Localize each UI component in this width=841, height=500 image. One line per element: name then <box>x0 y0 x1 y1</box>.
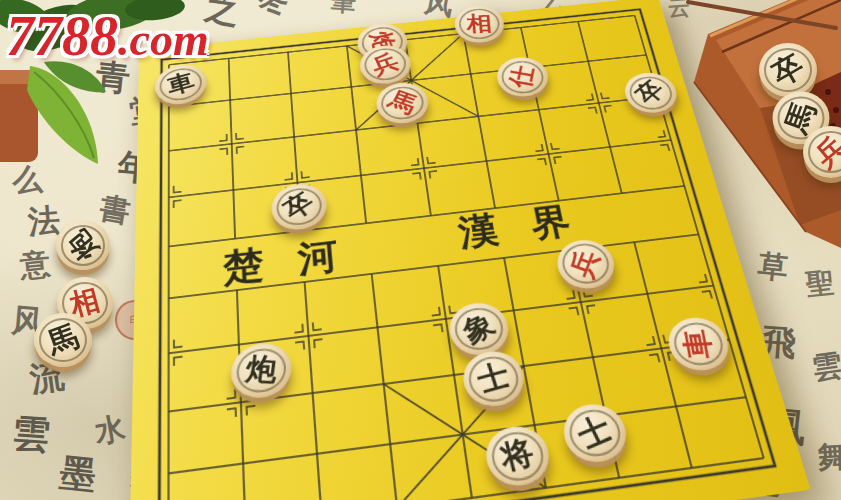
screenshot-root: 之冬筆风乙兮云青堂年么書法意如风流雲水墨香草聖飛雲鳳舞心之乎 印 楚河 漢界 車… <box>0 0 841 500</box>
piece-character: 相 <box>453 5 505 43</box>
piece-character: 仕 <box>495 53 550 102</box>
cloth-calligraphy-glyph: 冬 <box>257 0 290 17</box>
cloth-calligraphy-glyph: 意 <box>19 249 52 282</box>
piece-red-advisor: 仕 <box>494 55 552 99</box>
piece-character: 炮 <box>227 343 294 399</box>
watermark-number: 7788 <box>6 5 118 67</box>
piece-black-general: 将 <box>482 423 554 489</box>
piece-red-elephant: 相 <box>452 4 508 45</box>
piece-black-cannon: 炮 <box>56 220 110 270</box>
cloth-calligraphy-glyph: 雲 <box>11 414 52 455</box>
cloth-calligraphy-glyph: 草 <box>757 251 790 284</box>
wooden-stick <box>660 0 841 40</box>
piece-black-cannon: 炮 <box>230 340 293 401</box>
cloth-calligraphy-glyph: 舞 <box>817 441 841 473</box>
cloth-calligraphy-glyph: 墨 <box>58 453 98 493</box>
site-watermark: 7788.com <box>6 4 209 68</box>
cloth-calligraphy-glyph: 水 <box>93 413 128 448</box>
cloth-calligraphy-glyph: 書 <box>98 193 133 228</box>
piece-black-horse: 馬 <box>34 313 92 367</box>
cloth-calligraphy-glyph: 聖 <box>805 269 836 300</box>
watermark-domain: .com <box>118 14 209 65</box>
piece-character: 車 <box>667 315 732 374</box>
cloth-calligraphy-glyph: 雲 <box>810 350 841 384</box>
cloth-calligraphy-glyph: 筆 <box>329 0 357 15</box>
